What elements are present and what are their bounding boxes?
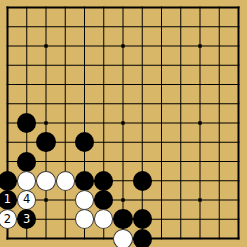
black-stone-b5 [17, 152, 36, 172]
stone-cell-h1 [133, 229, 152, 247]
black-stone-c6 [36, 132, 55, 152]
stone-cell-a3: 1 [0, 190, 17, 209]
stone-cell-h2 [133, 210, 152, 229]
black-stone-f3 [94, 190, 113, 210]
black-stone-e4 [75, 171, 94, 191]
stone-cell-h4 [133, 171, 152, 190]
stone-cell-c4 [36, 171, 55, 190]
white-stone-d4 [56, 171, 75, 191]
stone-cell-b3: 4 [17, 190, 36, 209]
black-stone-g2 [113, 209, 132, 229]
stone-cell-e6 [75, 133, 94, 152]
stone-cell-f3 [94, 190, 113, 209]
stone-cell-f2 [94, 210, 113, 229]
black-stone-e6 [75, 132, 94, 152]
stone-cell-f4 [94, 171, 113, 190]
white-stone-e3 [75, 190, 94, 210]
black-stone-h2 [133, 209, 152, 229]
black-stone-f4 [94, 171, 113, 191]
stones-layer: 1423 [0, 0, 247, 247]
stone-cell-c6 [36, 133, 55, 152]
black-stone-h1 [133, 229, 152, 247]
go-board-diagram: 1423 [0, 0, 247, 247]
stone-cell-e3 [75, 190, 94, 209]
white-stone-a2: 2 [0, 209, 17, 229]
black-stone-a4 [0, 171, 17, 191]
stone-cell-b2: 3 [17, 210, 36, 229]
black-stone-a3: 1 [0, 190, 17, 210]
black-stone-h4 [133, 171, 152, 191]
stone-cell-b5 [17, 152, 36, 171]
white-stone-g1 [113, 229, 132, 247]
stone-cell-e2 [75, 210, 94, 229]
black-stone-b7 [17, 113, 36, 133]
stone-cell-b7 [17, 113, 36, 132]
stone-cell-b4 [17, 171, 36, 190]
stone-cell-g2 [113, 210, 132, 229]
white-stone-b4 [17, 171, 36, 191]
stone-cell-e4 [75, 171, 94, 190]
stone-cell-a2: 2 [0, 210, 17, 229]
white-stone-c4 [36, 171, 55, 191]
white-stone-f2 [94, 209, 113, 229]
black-stone-b2: 3 [17, 209, 36, 229]
white-stone-b3: 4 [17, 190, 36, 210]
stone-cell-d4 [56, 171, 75, 190]
white-stone-e2 [75, 209, 94, 229]
stone-cell-g1 [113, 229, 132, 247]
stone-cell-a4 [0, 171, 17, 190]
